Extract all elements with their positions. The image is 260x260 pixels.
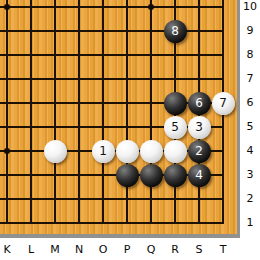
- intersection-R7[interactable]: [163, 67, 187, 91]
- row-label-2: 2: [240, 192, 260, 206]
- intersection-O1[interactable]: [91, 211, 115, 235]
- intersection-S10[interactable]: [187, 0, 211, 19]
- intersection-R2[interactable]: [163, 187, 187, 211]
- intersection-M1[interactable]: [43, 211, 67, 235]
- stone-black-R3: [164, 164, 187, 187]
- intersection-S5[interactable]: 3: [187, 115, 211, 139]
- intersection-M3[interactable]: [43, 163, 67, 187]
- row-label-5: 5: [240, 120, 260, 134]
- col-label-M: M: [47, 243, 63, 256]
- stone-black-S3-move-4: 4: [188, 164, 211, 187]
- star-point-Q10: [148, 4, 154, 10]
- stone-black-P3: [116, 164, 139, 187]
- intersection-L1[interactable]: [19, 211, 43, 235]
- intersection-R5[interactable]: 5: [163, 115, 187, 139]
- intersection-Q1[interactable]: [139, 211, 163, 235]
- intersection-S7[interactable]: [187, 67, 211, 91]
- star-point-K4: [4, 148, 10, 154]
- intersection-M9[interactable]: [43, 19, 67, 43]
- intersection-N10[interactable]: [67, 0, 91, 19]
- stone-black-S6-move-6: 6: [188, 92, 211, 115]
- stone-white-T6-move-7: 7: [212, 92, 235, 115]
- intersection-N2[interactable]: [67, 187, 91, 211]
- intersection-O4[interactable]: 1: [91, 139, 115, 163]
- intersection-T4[interactable]: [211, 139, 235, 163]
- intersection-O6[interactable]: [91, 91, 115, 115]
- stone-black-S4-move-2: 2: [188, 140, 211, 163]
- row-label-9: 9: [240, 24, 260, 38]
- intersection-P10[interactable]: [115, 0, 139, 19]
- intersection-L8[interactable]: [19, 43, 43, 67]
- intersection-L3[interactable]: [19, 163, 43, 187]
- intersection-M2[interactable]: [43, 187, 67, 211]
- intersection-O3[interactable]: [91, 163, 115, 187]
- board-grid: 86753124: [0, 0, 235, 235]
- intersection-R6[interactable]: [163, 91, 187, 115]
- intersection-Q2[interactable]: [139, 187, 163, 211]
- intersection-L2[interactable]: [19, 187, 43, 211]
- col-label-S: S: [191, 243, 207, 256]
- stone-white-R5-move-5: 5: [164, 116, 187, 139]
- intersection-S9[interactable]: [187, 19, 211, 43]
- intersection-R8[interactable]: [163, 43, 187, 67]
- intersection-T5[interactable]: [211, 115, 235, 139]
- intersection-T9[interactable]: [211, 19, 235, 43]
- stone-white-M4: [44, 140, 67, 163]
- intersection-S6[interactable]: 6: [187, 91, 211, 115]
- intersection-O10[interactable]: [91, 0, 115, 19]
- col-label-L: L: [23, 243, 39, 256]
- intersection-Q5[interactable]: [139, 115, 163, 139]
- intersection-L10[interactable]: [19, 0, 43, 19]
- intersection-K4[interactable]: [0, 139, 19, 163]
- intersection-T1[interactable]: [211, 211, 235, 235]
- intersection-P8[interactable]: [115, 43, 139, 67]
- intersection-N4[interactable]: [67, 139, 91, 163]
- intersection-K6[interactable]: [0, 91, 19, 115]
- intersection-N3[interactable]: [67, 163, 91, 187]
- intersection-T2[interactable]: [211, 187, 235, 211]
- intersection-L6[interactable]: [19, 91, 43, 115]
- intersection-P2[interactable]: [115, 187, 139, 211]
- intersection-S2[interactable]: [187, 187, 211, 211]
- intersection-M10[interactable]: [43, 0, 67, 19]
- intersection-L9[interactable]: [19, 19, 43, 43]
- col-label-Q: Q: [143, 243, 159, 256]
- intersection-Q10[interactable]: [139, 0, 163, 19]
- intersection-K8[interactable]: [0, 43, 19, 67]
- intersection-S4[interactable]: 2: [187, 139, 211, 163]
- intersection-M7[interactable]: [43, 67, 67, 91]
- intersection-K2[interactable]: [0, 187, 19, 211]
- go-board: 86753124: [0, 0, 240, 238]
- intersection-N5[interactable]: [67, 115, 91, 139]
- col-label-T: T: [215, 243, 231, 256]
- intersection-R1[interactable]: [163, 211, 187, 235]
- col-label-O: O: [95, 243, 111, 256]
- intersection-K7[interactable]: [0, 67, 19, 91]
- intersection-P5[interactable]: [115, 115, 139, 139]
- intersection-N1[interactable]: [67, 211, 91, 235]
- intersection-K10[interactable]: [0, 0, 19, 19]
- stone-white-R4: [164, 140, 187, 163]
- stone-black-R9-move-8: 8: [164, 20, 187, 43]
- intersection-S3[interactable]: 4: [187, 163, 211, 187]
- intersection-Q4[interactable]: [139, 139, 163, 163]
- intersection-Q8[interactable]: [139, 43, 163, 67]
- intersection-N7[interactable]: [67, 67, 91, 91]
- intersection-K5[interactable]: [0, 115, 19, 139]
- intersection-T10[interactable]: [211, 0, 235, 19]
- intersection-S8[interactable]: [187, 43, 211, 67]
- stone-black-R6: [164, 92, 187, 115]
- intersection-P7[interactable]: [115, 67, 139, 91]
- intersection-R10[interactable]: [163, 0, 187, 19]
- intersection-N6[interactable]: [67, 91, 91, 115]
- stone-white-O4-move-1: 1: [92, 140, 115, 163]
- star-point-K10: [4, 4, 10, 10]
- intersection-M5[interactable]: [43, 115, 67, 139]
- intersection-M6[interactable]: [43, 91, 67, 115]
- intersection-R3[interactable]: [163, 163, 187, 187]
- intersection-K3[interactable]: [0, 163, 19, 187]
- intersection-T8[interactable]: [211, 43, 235, 67]
- intersection-P6[interactable]: [115, 91, 139, 115]
- intersection-M4[interactable]: [43, 139, 67, 163]
- intersection-Q3[interactable]: [139, 163, 163, 187]
- intersection-L4[interactable]: [19, 139, 43, 163]
- stone-white-P4: [116, 140, 139, 163]
- col-label-P: P: [119, 243, 135, 256]
- intersection-M8[interactable]: [43, 43, 67, 67]
- intersection-P9[interactable]: [115, 19, 139, 43]
- intersection-L5[interactable]: [19, 115, 43, 139]
- intersection-O9[interactable]: [91, 19, 115, 43]
- intersection-K1[interactable]: [0, 211, 19, 235]
- col-label-R: R: [167, 243, 183, 256]
- col-label-N: N: [71, 243, 87, 256]
- intersection-Q7[interactable]: [139, 67, 163, 91]
- intersection-R4[interactable]: [163, 139, 187, 163]
- col-label-K: K: [0, 243, 15, 256]
- row-label-6: 6: [240, 96, 260, 110]
- row-label-1: 1: [240, 216, 260, 230]
- intersection-T3[interactable]: [211, 163, 235, 187]
- row-label-3: 3: [240, 168, 260, 182]
- intersection-Q9[interactable]: [139, 19, 163, 43]
- intersection-R9[interactable]: 8: [163, 19, 187, 43]
- row-label-10: 10: [240, 0, 260, 14]
- intersection-Q6[interactable]: [139, 91, 163, 115]
- intersection-P3[interactable]: [115, 163, 139, 187]
- intersection-L7[interactable]: [19, 67, 43, 91]
- stone-white-Q4: [140, 140, 163, 163]
- intersection-N9[interactable]: [67, 19, 91, 43]
- intersection-O2[interactable]: [91, 187, 115, 211]
- stone-black-Q3: [140, 164, 163, 187]
- intersection-P4[interactable]: [115, 139, 139, 163]
- row-label-7: 7: [240, 72, 260, 86]
- intersection-N8[interactable]: [67, 43, 91, 67]
- intersection-K9[interactable]: [0, 19, 19, 43]
- intersection-T6[interactable]: 7: [211, 91, 235, 115]
- stone-white-S5-move-3: 3: [188, 116, 211, 139]
- intersection-S1[interactable]: [187, 211, 211, 235]
- row-label-8: 8: [240, 48, 260, 62]
- intersection-P1[interactable]: [115, 211, 139, 235]
- intersection-T7[interactable]: [211, 67, 235, 91]
- row-label-4: 4: [240, 144, 260, 158]
- intersection-O5[interactable]: [91, 115, 115, 139]
- intersection-O8[interactable]: [91, 43, 115, 67]
- intersection-O7[interactable]: [91, 67, 115, 91]
